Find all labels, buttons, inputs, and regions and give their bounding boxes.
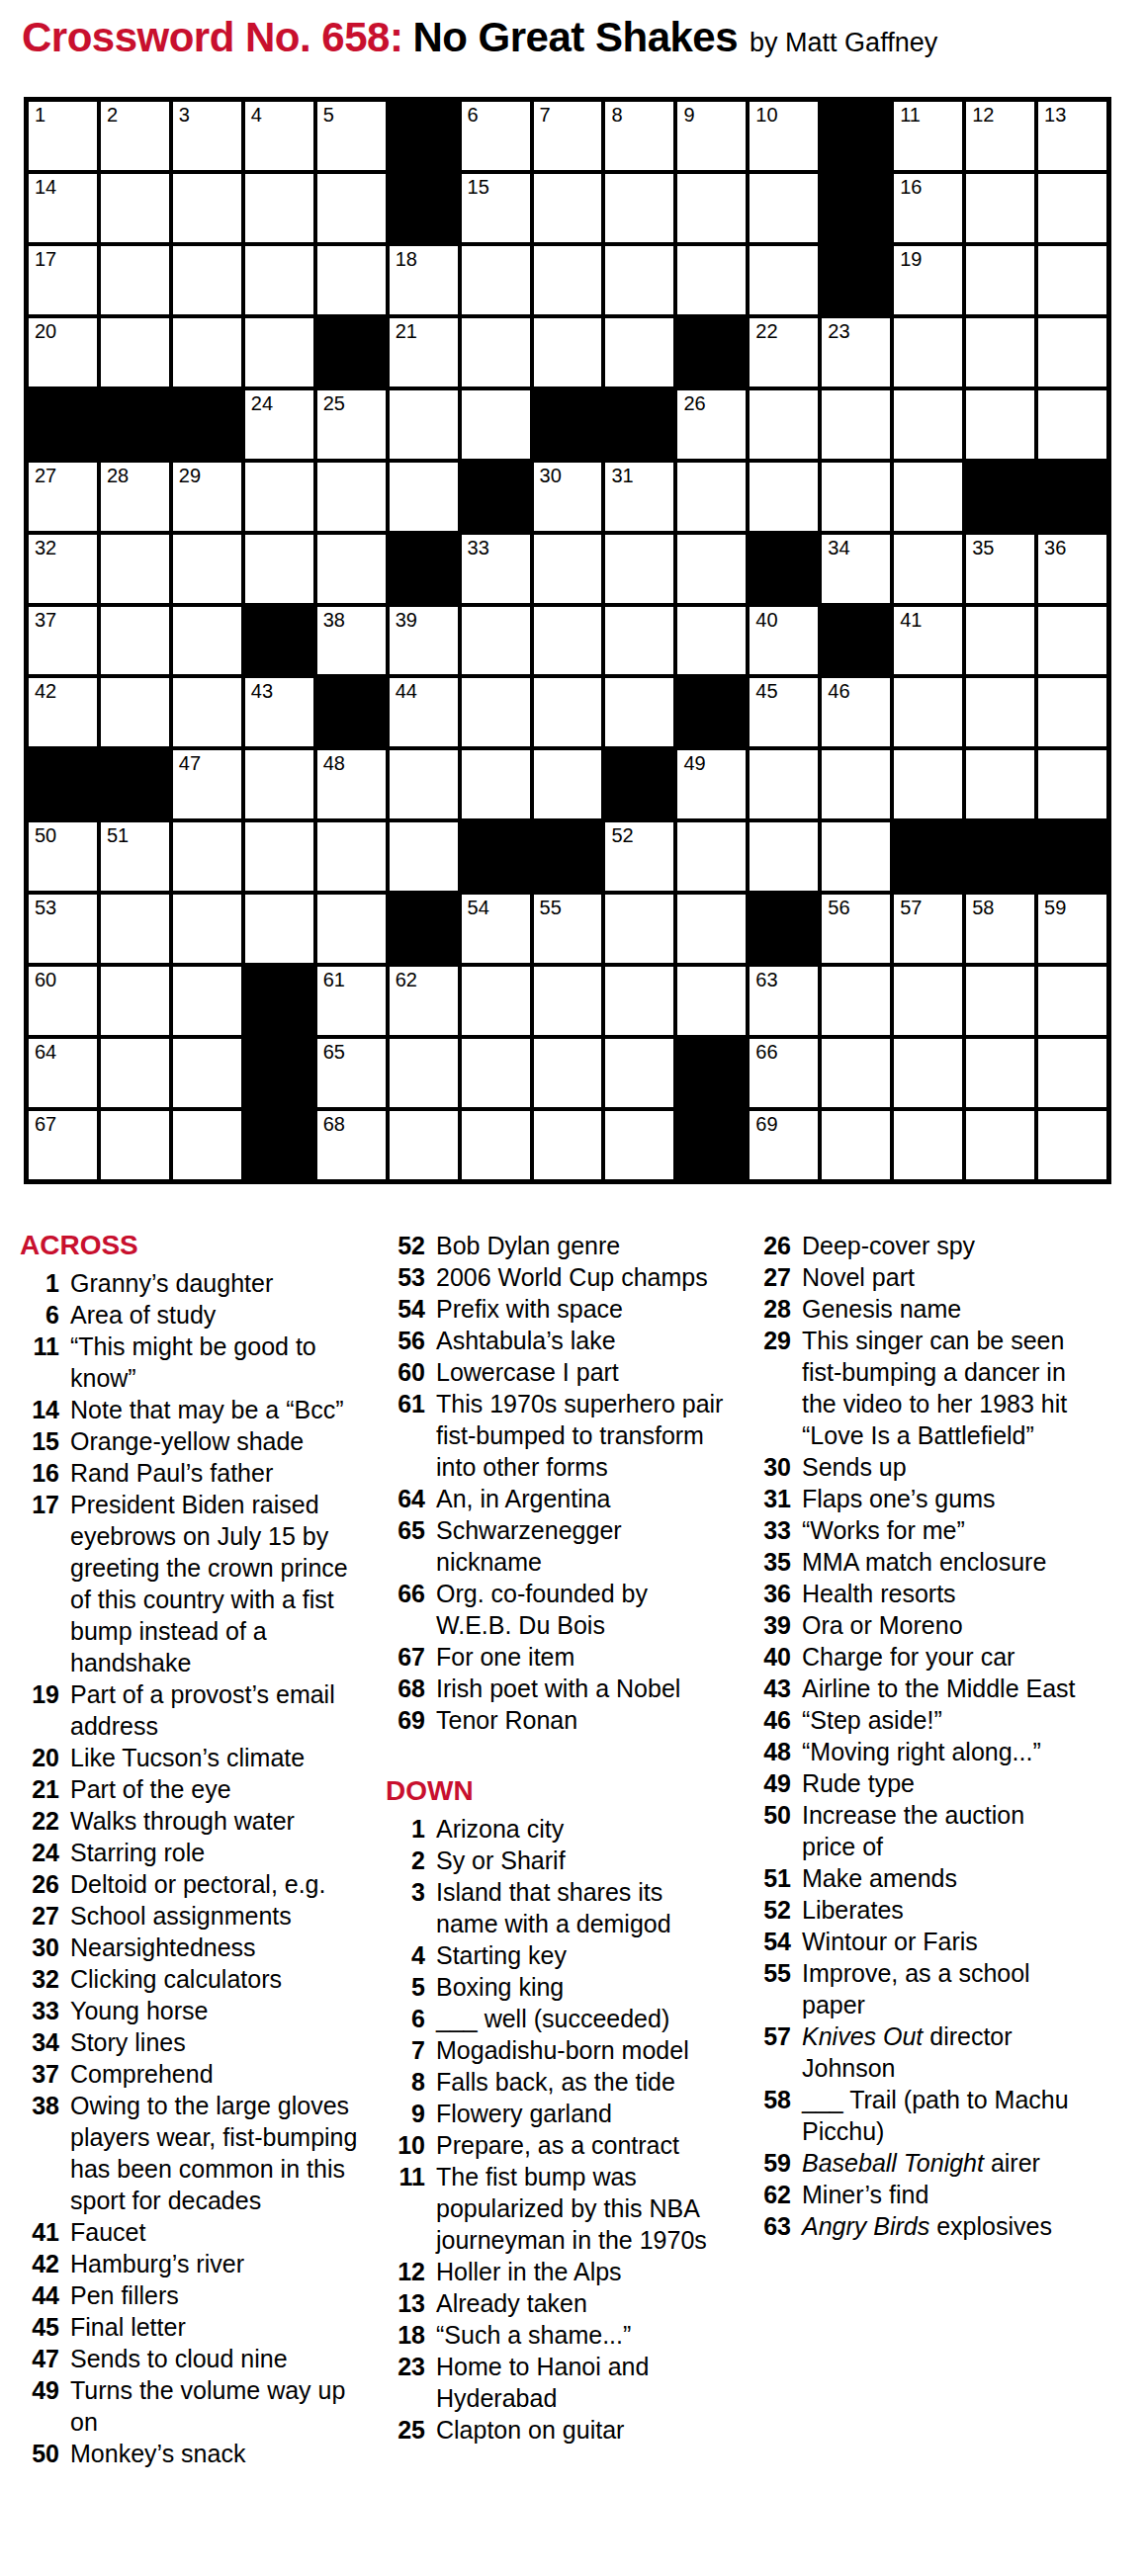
crossword-grid: 1234567891011121314151617181920212223242… [24, 97, 1111, 1184]
white-cell[interactable]: 16 [892, 172, 964, 244]
clue-number: 53 [386, 1261, 425, 1293]
white-cell[interactable] [892, 1109, 964, 1181]
white-cell[interactable]: 28 [99, 461, 171, 533]
white-cell[interactable]: 13 [1036, 100, 1108, 172]
clue-number: 27 [751, 1261, 791, 1293]
white-cell[interactable]: 1 [27, 100, 99, 172]
white-cell[interactable] [603, 244, 675, 316]
clue-number: 52 [751, 1894, 791, 1926]
white-cell[interactable]: 63 [748, 965, 820, 1037]
white-cell[interactable] [1036, 1109, 1108, 1181]
white-cell[interactable] [748, 388, 820, 461]
white-cell[interactable] [603, 676, 675, 748]
clue-number: 34 [20, 2026, 59, 2058]
white-cell[interactable] [748, 172, 820, 244]
white-cell[interactable] [243, 748, 315, 820]
white-cell[interactable] [388, 388, 460, 461]
white-cell[interactable]: 58 [964, 893, 1036, 965]
white-cell[interactable]: 4 [243, 100, 315, 172]
clue-text: Part of the eye [70, 1773, 368, 1805]
down-clue-58: 58___ Trail (path to Machu Picchu) [751, 2084, 1078, 2147]
clue-text: Turns the volume way up on [70, 2374, 368, 2438]
white-cell[interactable]: 65 [315, 1037, 388, 1109]
white-cell[interactable] [892, 965, 964, 1037]
clue-text: Mogadishu-born model [436, 2034, 727, 2066]
white-cell[interactable] [675, 605, 748, 677]
white-cell[interactable]: 40 [748, 605, 820, 677]
white-cell[interactable] [388, 461, 460, 533]
clue-number: 46 [751, 1704, 791, 1736]
white-cell[interactable] [603, 605, 675, 677]
down-clue-7: 7Mogadishu-born model [386, 2034, 727, 2066]
white-cell[interactable]: 44 [388, 676, 460, 748]
clue-text: Home to Hanoi and Hyderabad [436, 2351, 727, 2414]
white-cell[interactable]: 55 [532, 893, 604, 965]
white-cell[interactable] [460, 1037, 532, 1109]
white-cell[interactable] [892, 316, 964, 388]
clue-number: 16 [20, 1457, 59, 1489]
white-cell[interactable] [388, 748, 460, 820]
clue-number: 43 [751, 1673, 791, 1704]
cell-number: 59 [1044, 898, 1066, 917]
cell-number: 55 [540, 898, 562, 917]
white-cell[interactable] [171, 965, 243, 1037]
white-cell[interactable]: 30 [532, 461, 604, 533]
white-cell[interactable] [820, 820, 892, 893]
clue-text: Rand Paul’s father [70, 1457, 368, 1489]
white-cell[interactable]: 42 [27, 676, 99, 748]
white-cell[interactable] [99, 1037, 171, 1109]
clue-column-1: ACROSS1Granny’s daughter6Area of study11… [20, 1230, 368, 2469]
white-cell[interactable] [892, 533, 964, 605]
cell-number: 64 [35, 1042, 56, 1062]
white-cell[interactable] [243, 461, 315, 533]
black-cell [243, 1037, 315, 1109]
white-cell[interactable] [820, 748, 892, 820]
white-cell[interactable] [532, 1109, 604, 1181]
white-cell[interactable]: 67 [27, 1109, 99, 1181]
white-cell[interactable] [388, 1037, 460, 1109]
white-cell[interactable]: 29 [171, 461, 243, 533]
clue-number: 56 [386, 1325, 425, 1356]
white-cell[interactable] [243, 533, 315, 605]
white-cell[interactable] [603, 965, 675, 1037]
white-cell[interactable]: 64 [27, 1037, 99, 1109]
white-cell[interactable] [964, 172, 1036, 244]
white-cell[interactable] [99, 1109, 171, 1181]
clue-text: Part of a provost’s email address [70, 1678, 368, 1742]
cell-number: 61 [323, 970, 345, 989]
white-cell[interactable]: 27 [27, 461, 99, 533]
white-cell[interactable] [675, 533, 748, 605]
white-cell[interactable] [1036, 965, 1108, 1037]
white-cell[interactable] [171, 605, 243, 677]
clue-text: Granny’s daughter [70, 1267, 368, 1299]
black-cell [820, 172, 892, 244]
white-cell[interactable] [460, 388, 532, 461]
cell-number: 69 [755, 1114, 777, 1134]
clue-number: 68 [386, 1673, 425, 1704]
white-cell[interactable]: 31 [603, 461, 675, 533]
white-cell[interactable] [171, 316, 243, 388]
white-cell[interactable]: 6 [460, 100, 532, 172]
cell-number: 9 [683, 105, 694, 125]
white-cell[interactable] [532, 676, 604, 748]
white-cell[interactable] [1036, 388, 1108, 461]
white-cell[interactable]: 33 [460, 533, 532, 605]
white-cell[interactable] [964, 965, 1036, 1037]
white-cell[interactable] [820, 461, 892, 533]
cell-number: 42 [35, 681, 56, 701]
white-cell[interactable] [460, 1109, 532, 1181]
clue-text: Starting key [436, 1939, 727, 1971]
white-cell[interactable] [99, 965, 171, 1037]
white-cell[interactable] [532, 172, 604, 244]
white-cell[interactable] [171, 172, 243, 244]
white-cell[interactable] [964, 1109, 1036, 1181]
white-cell[interactable] [315, 893, 388, 965]
across-clue-14: 14Note that may be a “Bcc” [20, 1394, 368, 1425]
white-cell[interactable] [964, 388, 1036, 461]
clue-number: 36 [751, 1578, 791, 1609]
cell-number: 35 [972, 538, 994, 558]
white-cell[interactable]: 39 [388, 605, 460, 677]
clue-text: Lowercase I part [436, 1356, 727, 1388]
white-cell[interactable] [532, 316, 604, 388]
white-cell[interactable] [99, 244, 171, 316]
white-cell[interactable] [892, 1037, 964, 1109]
white-cell[interactable] [460, 605, 532, 677]
cell-number: 62 [396, 970, 417, 989]
white-cell[interactable]: 43 [243, 676, 315, 748]
white-cell[interactable] [675, 244, 748, 316]
clue-number: 21 [20, 1773, 59, 1805]
white-cell[interactable] [1036, 316, 1108, 388]
down-clue-9: 9Flowery garland [386, 2098, 727, 2129]
across-clue-11: 11“This might be good to know” [20, 1331, 368, 1394]
white-cell[interactable]: 15 [460, 172, 532, 244]
white-cell[interactable] [243, 820, 315, 893]
white-cell[interactable]: 45 [748, 676, 820, 748]
cell-number: 56 [828, 898, 849, 917]
page-header: Crossword No. 658:No Great Shakesby Matt… [0, 0, 1147, 61]
clue-number: 33 [751, 1514, 791, 1546]
white-cell[interactable]: 24 [243, 388, 315, 461]
cell-number: 51 [107, 825, 129, 845]
white-cell[interactable] [532, 965, 604, 1037]
white-cell[interactable] [748, 748, 820, 820]
white-cell[interactable]: 57 [892, 893, 964, 965]
clue-text: ___ Trail (path to Machu Picchu) [802, 2084, 1078, 2147]
white-cell[interactable] [892, 748, 964, 820]
white-cell[interactable]: 38 [315, 605, 388, 677]
clue-number: 39 [751, 1609, 791, 1641]
white-cell[interactable]: 54 [460, 893, 532, 965]
clue-text: President Biden raised eyebrows on July … [70, 1489, 368, 1678]
white-cell[interactable] [820, 1109, 892, 1181]
white-cell[interactable]: 10 [748, 100, 820, 172]
white-cell[interactable]: 69 [748, 1109, 820, 1181]
white-cell[interactable] [388, 1109, 460, 1181]
across-clue-22: 22Walks through water [20, 1805, 368, 1837]
white-cell[interactable] [243, 316, 315, 388]
cell-number: 45 [755, 681, 777, 701]
white-cell[interactable]: 22 [748, 316, 820, 388]
white-cell[interactable]: 46 [820, 676, 892, 748]
white-cell[interactable] [603, 893, 675, 965]
white-cell[interactable] [964, 316, 1036, 388]
white-cell[interactable] [460, 244, 532, 316]
clue-text: Deep-cover spy [802, 1230, 1078, 1261]
clue-number: 42 [20, 2248, 59, 2279]
white-cell[interactable] [675, 893, 748, 965]
clue-number: 60 [386, 1356, 425, 1388]
white-cell[interactable] [603, 533, 675, 605]
clue-text: Walks through water [70, 1805, 368, 1837]
white-cell[interactable] [171, 893, 243, 965]
white-cell[interactable]: 26 [675, 388, 748, 461]
white-cell[interactable] [964, 676, 1036, 748]
white-cell[interactable] [315, 172, 388, 244]
clue-number: 15 [20, 1425, 59, 1457]
black-cell [964, 820, 1036, 893]
cell-number: 25 [323, 393, 345, 413]
cell-number: 14 [35, 177, 56, 197]
white-cell[interactable]: 11 [892, 100, 964, 172]
white-cell[interactable]: 14 [27, 172, 99, 244]
white-cell[interactable] [603, 1037, 675, 1109]
clue-number: 24 [20, 1837, 59, 1868]
white-cell[interactable] [532, 1037, 604, 1109]
black-cell [243, 965, 315, 1037]
white-cell[interactable] [532, 244, 604, 316]
white-cell[interactable] [1036, 676, 1108, 748]
black-cell [675, 676, 748, 748]
down-clue-25: 25Clapton on guitar [386, 2414, 727, 2446]
black-cell [820, 100, 892, 172]
black-cell [820, 605, 892, 677]
white-cell[interactable] [315, 533, 388, 605]
cell-number: 22 [755, 321, 777, 341]
white-cell[interactable] [171, 1037, 243, 1109]
white-cell[interactable]: 53 [27, 893, 99, 965]
white-cell[interactable] [171, 533, 243, 605]
white-cell[interactable] [171, 820, 243, 893]
white-cell[interactable]: 3 [171, 100, 243, 172]
white-cell[interactable]: 5 [315, 100, 388, 172]
cell-number: 36 [1044, 538, 1066, 558]
white-cell[interactable]: 12 [964, 100, 1036, 172]
white-cell[interactable]: 48 [315, 748, 388, 820]
white-cell[interactable] [532, 533, 604, 605]
white-cell[interactable]: 8 [603, 100, 675, 172]
white-cell[interactable] [892, 461, 964, 533]
white-cell[interactable] [243, 244, 315, 316]
white-cell[interactable]: 35 [964, 533, 1036, 605]
down-clue-12: 12Holler in the Alps [386, 2256, 727, 2287]
white-cell[interactable]: 32 [27, 533, 99, 605]
white-cell[interactable] [675, 965, 748, 1037]
white-cell[interactable] [964, 748, 1036, 820]
white-cell[interactable] [1036, 748, 1108, 820]
clue-number: 40 [751, 1641, 791, 1673]
white-cell[interactable] [964, 244, 1036, 316]
white-cell[interactable] [171, 676, 243, 748]
clue-text: Young horse [70, 1995, 368, 2026]
white-cell[interactable] [388, 820, 460, 893]
across-clue-42: 42Hamburg’s river [20, 2248, 368, 2279]
clue-number: 37 [20, 2058, 59, 2090]
white-cell[interactable]: 7 [532, 100, 604, 172]
white-cell[interactable]: 23 [820, 316, 892, 388]
white-cell[interactable] [748, 244, 820, 316]
across-clue-41: 41Faucet [20, 2216, 368, 2248]
black-cell [243, 1109, 315, 1181]
white-cell[interactable]: 56 [820, 893, 892, 965]
down-clue-48: 48“Moving right along...” [751, 1736, 1078, 1767]
cell-number: 63 [755, 970, 777, 989]
clue-text: Story lines [70, 2026, 368, 2058]
white-cell[interactable]: 47 [171, 748, 243, 820]
across-clue-49: 49Turns the volume way up on [20, 2374, 368, 2438]
white-cell[interactable]: 62 [388, 965, 460, 1037]
white-cell[interactable]: 20 [27, 316, 99, 388]
white-cell[interactable] [99, 172, 171, 244]
white-cell[interactable]: 19 [892, 244, 964, 316]
white-cell[interactable] [675, 172, 748, 244]
white-cell[interactable]: 61 [315, 965, 388, 1037]
white-cell[interactable] [892, 676, 964, 748]
white-cell[interactable] [243, 172, 315, 244]
white-cell[interactable] [99, 893, 171, 965]
clue-text: Rude type [802, 1767, 1078, 1799]
white-cell[interactable] [460, 748, 532, 820]
white-cell[interactable] [964, 605, 1036, 677]
clue-columns: ACROSS1Granny’s daughter6Area of study11… [20, 1230, 1147, 2469]
white-cell[interactable] [99, 316, 171, 388]
white-cell[interactable] [675, 461, 748, 533]
clue-number: 30 [751, 1451, 791, 1483]
clue-number: 5 [386, 1971, 425, 2003]
black-cell [603, 748, 675, 820]
cell-number: 47 [179, 753, 201, 773]
white-cell[interactable] [460, 676, 532, 748]
white-cell[interactable] [1036, 244, 1108, 316]
clue-text: Sy or Sharif [436, 1845, 727, 1876]
white-cell[interactable] [748, 461, 820, 533]
white-cell[interactable] [964, 1037, 1036, 1109]
white-cell[interactable] [315, 820, 388, 893]
black-cell [243, 605, 315, 677]
clue-text: Tenor Ronan [436, 1704, 727, 1736]
clue-number: 33 [20, 1995, 59, 2026]
white-cell[interactable]: 9 [675, 100, 748, 172]
white-cell[interactable] [1036, 172, 1108, 244]
white-cell[interactable] [603, 172, 675, 244]
white-cell[interactable]: 17 [27, 244, 99, 316]
white-cell[interactable] [99, 533, 171, 605]
white-cell[interactable] [892, 388, 964, 461]
clue-text: The fist bump was popularized by this NB… [436, 2161, 727, 2256]
puzzle-title: No Great Shakes [412, 14, 738, 60]
down-clue-27: 27Novel part [751, 1261, 1078, 1293]
white-cell[interactable] [820, 388, 892, 461]
white-cell[interactable] [603, 1109, 675, 1181]
cell-number: 48 [323, 753, 345, 773]
cell-number: 38 [323, 610, 345, 630]
white-cell[interactable] [748, 820, 820, 893]
clue-text: Miner’s find [802, 2179, 1078, 2210]
cell-number: 60 [35, 970, 56, 989]
white-cell[interactable]: 37 [27, 605, 99, 677]
white-cell[interactable]: 18 [388, 244, 460, 316]
white-cell[interactable] [532, 748, 604, 820]
white-cell[interactable] [1036, 605, 1108, 677]
across-clue-38: 38Owing to the large gloves players wear… [20, 2090, 368, 2216]
white-cell[interactable]: 51 [99, 820, 171, 893]
white-cell[interactable] [99, 605, 171, 677]
white-cell[interactable] [460, 316, 532, 388]
cell-number: 6 [468, 105, 479, 125]
white-cell[interactable] [315, 244, 388, 316]
cell-number: 33 [468, 538, 489, 558]
clue-number: 49 [751, 1767, 791, 1799]
white-cell[interactable] [820, 1037, 892, 1109]
down-clue-39: 39Ora or Moreno [751, 1609, 1078, 1641]
cell-number: 58 [972, 898, 994, 917]
across-clue-56: 56Ashtabula’s lake [386, 1325, 727, 1356]
across-clue-44: 44Pen fillers [20, 2279, 368, 2311]
white-cell[interactable]: 41 [892, 605, 964, 677]
white-cell[interactable] [532, 605, 604, 677]
white-cell[interactable]: 36 [1036, 533, 1108, 605]
white-cell[interactable] [1036, 1037, 1108, 1109]
cell-number: 26 [683, 393, 705, 413]
white-cell[interactable] [171, 244, 243, 316]
clue-number: 29 [751, 1325, 791, 1451]
cell-number: 40 [755, 610, 777, 630]
white-cell[interactable] [243, 893, 315, 965]
cell-number: 39 [396, 610, 417, 630]
white-cell[interactable]: 49 [675, 748, 748, 820]
cell-number: 17 [35, 249, 56, 269]
white-cell[interactable]: 66 [748, 1037, 820, 1109]
clue-number: 38 [20, 2090, 59, 2216]
white-cell[interactable]: 60 [27, 965, 99, 1037]
down-clue-29: 29This singer can be seen fist-bumping a… [751, 1325, 1078, 1451]
white-cell[interactable] [603, 316, 675, 388]
white-cell[interactable] [675, 820, 748, 893]
white-cell[interactable]: 21 [388, 316, 460, 388]
clue-text: Bob Dylan genre [436, 1230, 727, 1261]
white-cell[interactable] [99, 676, 171, 748]
clue-text: Improve, as a school paper [802, 1957, 1078, 2020]
white-cell[interactable] [820, 965, 892, 1037]
white-cell[interactable] [460, 965, 532, 1037]
white-cell[interactable]: 2 [99, 100, 171, 172]
down-heading: DOWN [386, 1775, 727, 1807]
white-cell[interactable]: 52 [603, 820, 675, 893]
white-cell[interactable]: 25 [315, 388, 388, 461]
white-cell[interactable] [315, 461, 388, 533]
white-cell[interactable]: 68 [315, 1109, 388, 1181]
clue-number: 20 [20, 1742, 59, 1773]
white-cell[interactable]: 50 [27, 820, 99, 893]
white-cell[interactable] [171, 1109, 243, 1181]
white-cell[interactable]: 34 [820, 533, 892, 605]
cell-number: 57 [900, 898, 922, 917]
white-cell[interactable]: 59 [1036, 893, 1108, 965]
